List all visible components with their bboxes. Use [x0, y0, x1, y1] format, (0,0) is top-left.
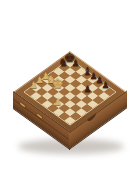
hinge-left [20, 102, 25, 108]
product-photo: ♚♟♞♝♟♟♟♞♟♟♚♟♟♟ [0, 0, 140, 187]
hinge-right [37, 113, 42, 119]
